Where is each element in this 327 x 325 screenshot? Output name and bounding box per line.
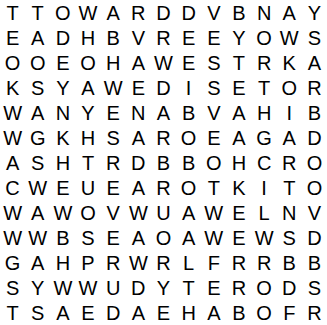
grid-cell[interactable]: A xyxy=(151,100,176,125)
grid-cell[interactable]: A xyxy=(101,0,126,25)
grid-cell[interactable]: A xyxy=(126,225,151,250)
grid-cell[interactable]: E xyxy=(0,25,25,50)
grid-cell[interactable]: V xyxy=(201,100,226,125)
grid-cell[interactable]: E xyxy=(50,175,75,200)
grid-cell[interactable]: A xyxy=(126,50,151,75)
grid-cell[interactable]: E xyxy=(101,225,126,250)
grid-cell[interactable]: W xyxy=(25,225,50,250)
grid-cell[interactable]: P xyxy=(75,250,100,275)
grid-cell[interactable]: O xyxy=(252,25,277,50)
grid-cell[interactable]: I xyxy=(176,75,201,100)
grid-cell[interactable]: U xyxy=(101,275,126,300)
grid-cell[interactable]: O xyxy=(75,50,100,75)
grid-cell[interactable]: R xyxy=(151,125,176,150)
grid-cell[interactable]: R xyxy=(252,50,277,75)
grid-cell[interactable]: L xyxy=(176,250,201,275)
grid-cell[interactable]: W xyxy=(126,200,151,225)
grid-cell[interactable]: W xyxy=(126,250,151,275)
grid-cell[interactable]: B xyxy=(226,300,251,325)
grid-cell[interactable]: N xyxy=(252,0,277,25)
grid-cell[interactable]: B xyxy=(176,150,201,175)
grid-cell[interactable]: S xyxy=(75,225,100,250)
grid-cell[interactable]: W xyxy=(50,275,75,300)
grid-cell[interactable]: S xyxy=(0,275,25,300)
grid-cell[interactable]: E xyxy=(226,225,251,250)
grid-cell[interactable]: W xyxy=(201,200,226,225)
grid-cell[interactable]: N xyxy=(50,100,75,125)
grid-cell[interactable]: H xyxy=(176,300,201,325)
grid-cell[interactable]: R xyxy=(151,250,176,275)
grid-cell[interactable]: R xyxy=(277,150,302,175)
grid-cell[interactable]: A xyxy=(50,300,75,325)
grid-cell[interactable]: E xyxy=(226,200,251,225)
grid-cell[interactable]: D xyxy=(126,275,151,300)
grid-cell[interactable]: S xyxy=(302,25,327,50)
grid-cell[interactable]: K xyxy=(226,175,251,200)
grid-cell[interactable]: A xyxy=(277,0,302,25)
grid-cell[interactable]: R xyxy=(226,275,251,300)
grid-cell[interactable]: O xyxy=(252,275,277,300)
grid-cell[interactable]: F xyxy=(277,300,302,325)
grid-cell[interactable]: A xyxy=(25,100,50,125)
grid-cell[interactable]: F xyxy=(201,250,226,275)
grid-cell[interactable]: T xyxy=(0,300,25,325)
grid-cell[interactable]: W xyxy=(0,100,25,125)
grid-cell[interactable]: R xyxy=(126,0,151,25)
grid-cell[interactable]: A xyxy=(302,50,327,75)
grid-cell[interactable]: B xyxy=(176,100,201,125)
grid-cell[interactable]: Y xyxy=(302,0,327,25)
grid-cell[interactable]: O xyxy=(302,175,327,200)
grid-cell[interactable]: Y xyxy=(75,100,100,125)
grid-cell[interactable]: T xyxy=(277,175,302,200)
grid-cell[interactable]: E xyxy=(226,75,251,100)
grid-cell[interactable]: E xyxy=(201,25,226,50)
grid-cell[interactable]: B xyxy=(226,0,251,25)
grid-cell[interactable]: A xyxy=(126,125,151,150)
grid-cell[interactable]: S xyxy=(25,300,50,325)
grid-cell[interactable]: H xyxy=(50,250,75,275)
grid-cell[interactable]: B xyxy=(277,250,302,275)
grid-cell[interactable]: T xyxy=(252,75,277,100)
grid-cell[interactable]: A xyxy=(75,75,100,100)
grid-cell[interactable]: O xyxy=(201,150,226,175)
grid-cell[interactable]: D xyxy=(151,0,176,25)
grid-cell[interactable]: D xyxy=(277,275,302,300)
grid-cell[interactable]: R xyxy=(101,250,126,275)
grid-cell[interactable]: A xyxy=(126,175,151,200)
grid-cell[interactable]: V xyxy=(302,200,327,225)
grid-cell[interactable]: A xyxy=(226,100,251,125)
grid-cell[interactable]: A xyxy=(277,125,302,150)
grid-cell[interactable]: E xyxy=(201,125,226,150)
grid-cell[interactable]: T xyxy=(0,0,25,25)
grid-cell[interactable]: D xyxy=(302,225,327,250)
grid-cell[interactable]: R xyxy=(302,300,327,325)
grid-cell[interactable]: D xyxy=(151,75,176,100)
grid-cell[interactable]: E xyxy=(176,25,201,50)
grid-cell[interactable]: B xyxy=(302,250,327,275)
grid-cell[interactable]: E xyxy=(75,300,100,325)
grid-cell[interactable]: H xyxy=(75,125,100,150)
grid-cell[interactable]: W xyxy=(0,200,25,225)
word-search-grid: TTOWARDDVBNAYEADHBVREEYOWSOOEOHAWESTRKAK… xyxy=(0,0,327,325)
grid-cell[interactable]: T xyxy=(201,175,226,200)
grid-cell[interactable]: E xyxy=(126,75,151,100)
grid-cell[interactable]: W xyxy=(151,50,176,75)
grid-cell[interactable]: W xyxy=(101,75,126,100)
grid-cell[interactable]: D xyxy=(50,25,75,50)
grid-cell[interactable]: H xyxy=(252,100,277,125)
grid-cell[interactable]: A xyxy=(25,200,50,225)
grid-cell[interactable]: K xyxy=(50,125,75,150)
grid-cell[interactable]: C xyxy=(0,175,25,200)
grid-cell[interactable]: S xyxy=(277,225,302,250)
grid-cell[interactable]: N xyxy=(126,100,151,125)
grid-cell[interactable]: S xyxy=(201,50,226,75)
grid-cell[interactable]: R xyxy=(151,25,176,50)
grid-cell[interactable]: H xyxy=(101,50,126,75)
grid-cell[interactable]: A xyxy=(226,125,251,150)
grid-cell[interactable]: W xyxy=(50,200,75,225)
grid-cell[interactable]: A xyxy=(176,200,201,225)
grid-cell[interactable]: O xyxy=(75,200,100,225)
grid-cell[interactable]: Y xyxy=(226,25,251,50)
grid-cell[interactable]: T xyxy=(176,275,201,300)
grid-cell[interactable]: R xyxy=(226,250,251,275)
grid-cell[interactable]: U xyxy=(75,175,100,200)
grid-cell[interactable]: A xyxy=(126,300,151,325)
grid-cell[interactable]: W xyxy=(0,225,25,250)
grid-cell[interactable]: I xyxy=(277,100,302,125)
grid-cell[interactable]: G xyxy=(252,125,277,150)
grid-cell[interactable]: G xyxy=(25,125,50,150)
grid-cell[interactable]: S xyxy=(25,150,50,175)
grid-cell[interactable]: W xyxy=(75,0,100,25)
grid-cell[interactable]: Y xyxy=(50,75,75,100)
grid-cell[interactable]: W xyxy=(252,225,277,250)
grid-cell[interactable]: B xyxy=(151,150,176,175)
grid-cell[interactable]: K xyxy=(0,75,25,100)
grid-cell[interactable]: W xyxy=(201,225,226,250)
grid-cell[interactable]: D xyxy=(302,125,327,150)
grid-cell[interactable]: O xyxy=(252,300,277,325)
grid-cell[interactable]: O xyxy=(176,175,201,200)
grid-cell[interactable]: B xyxy=(101,25,126,50)
grid-cell[interactable]: H xyxy=(50,150,75,175)
grid-cell[interactable]: E xyxy=(151,300,176,325)
grid-cell[interactable]: B xyxy=(302,100,327,125)
grid-cell[interactable]: O xyxy=(176,125,201,150)
grid-cell[interactable]: V xyxy=(101,200,126,225)
grid-cell[interactable]: O xyxy=(302,150,327,175)
grid-cell[interactable]: G xyxy=(0,250,25,275)
grid-cell[interactable]: E xyxy=(101,100,126,125)
grid-cell[interactable]: H xyxy=(226,150,251,175)
grid-cell[interactable]: D xyxy=(176,0,201,25)
grid-cell[interactable]: A xyxy=(25,25,50,50)
grid-cell[interactable]: E xyxy=(201,275,226,300)
grid-cell[interactable]: O xyxy=(0,50,25,75)
grid-cell[interactable]: N xyxy=(277,200,302,225)
grid-cell[interactable]: E xyxy=(101,175,126,200)
grid-cell[interactable]: O xyxy=(151,225,176,250)
grid-cell[interactable]: S xyxy=(25,75,50,100)
grid-cell[interactable]: U xyxy=(151,200,176,225)
grid-cell[interactable]: W xyxy=(277,25,302,50)
grid-cell[interactable]: R xyxy=(252,250,277,275)
grid-cell[interactable]: Y xyxy=(151,275,176,300)
grid-cell[interactable]: R xyxy=(101,150,126,175)
grid-cell[interactable]: I xyxy=(252,175,277,200)
grid-cell[interactable]: Y xyxy=(25,275,50,300)
grid-cell[interactable]: H xyxy=(75,25,100,50)
grid-cell[interactable]: O xyxy=(50,0,75,25)
grid-cell[interactable]: L xyxy=(252,200,277,225)
grid-cell[interactable]: R xyxy=(302,75,327,100)
grid-cell[interactable]: A xyxy=(201,300,226,325)
grid-cell[interactable]: W xyxy=(0,125,25,150)
grid-cell[interactable]: W xyxy=(75,275,100,300)
grid-cell[interactable]: C xyxy=(252,150,277,175)
grid-cell[interactable]: V xyxy=(126,25,151,50)
grid-cell[interactable]: S xyxy=(101,125,126,150)
grid-cell[interactable]: O xyxy=(25,50,50,75)
grid-cell[interactable]: T xyxy=(25,0,50,25)
grid-cell[interactable]: B xyxy=(50,225,75,250)
grid-cell[interactable]: E xyxy=(50,50,75,75)
grid-cell[interactable]: S xyxy=(201,75,226,100)
grid-cell[interactable]: R xyxy=(151,175,176,200)
grid-cell[interactable]: A xyxy=(0,150,25,175)
grid-cell[interactable]: S xyxy=(302,275,327,300)
grid-cell[interactable]: E xyxy=(176,50,201,75)
grid-cell[interactable]: T xyxy=(226,50,251,75)
grid-cell[interactable]: W xyxy=(25,175,50,200)
grid-cell[interactable]: O xyxy=(277,75,302,100)
grid-cell[interactable]: D xyxy=(126,150,151,175)
grid-cell[interactable]: A xyxy=(176,225,201,250)
grid-cell[interactable]: A xyxy=(25,250,50,275)
grid-cell[interactable]: K xyxy=(277,50,302,75)
grid-cell[interactable]: T xyxy=(75,150,100,175)
grid-cell[interactable]: V xyxy=(201,0,226,25)
grid-cell[interactable]: D xyxy=(101,300,126,325)
